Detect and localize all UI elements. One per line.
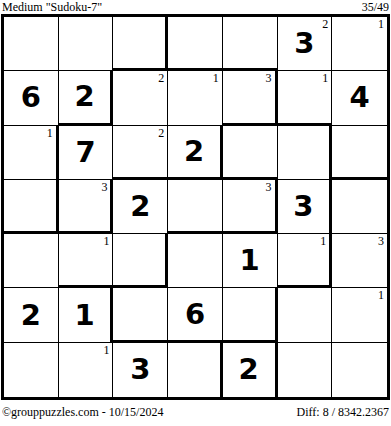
- cell-r3c2[interactable]: 7: [59, 126, 114, 180]
- cell-r3c7[interactable]: [332, 126, 387, 180]
- cell-r1c4[interactable]: [168, 17, 223, 71]
- given-digit: 3: [294, 29, 314, 58]
- given-digit: 3: [130, 355, 150, 384]
- footer: ©grouppuzzles.com - 10/15/2024 Diff: 8 /…: [0, 400, 391, 424]
- cell-r1c6[interactable]: 32: [278, 17, 333, 71]
- cell-r5c2[interactable]: 1: [59, 234, 114, 288]
- cell-r6c2[interactable]: 1: [59, 288, 114, 342]
- puzzle-title: Medium "Sudoku-7": [2, 1, 102, 14]
- pencil-mark: 1: [378, 18, 384, 30]
- cell-r1c5[interactable]: [223, 17, 278, 71]
- cell-r4c6[interactable]: 3: [278, 180, 333, 234]
- cell-r1c7[interactable]: 1: [332, 17, 387, 71]
- cell-r6c4[interactable]: 6: [168, 288, 223, 342]
- pencil-mark: 3: [101, 181, 107, 193]
- cell-r4c5[interactable]: 3: [223, 180, 278, 234]
- cell-r7c3[interactable]: 3: [113, 343, 168, 397]
- cell-r6c1[interactable]: 2: [4, 288, 59, 342]
- cell-r3c3[interactable]: 2: [113, 126, 168, 180]
- cell-r2c1[interactable]: 6: [4, 71, 59, 125]
- cell-r1c2[interactable]: [59, 17, 114, 71]
- sudoku-board: 32162213141722323311132161132: [1, 14, 390, 400]
- cell-r1c3[interactable]: [113, 17, 168, 71]
- cell-r4c2[interactable]: 3: [59, 180, 114, 234]
- pencil-mark: 1: [103, 344, 109, 356]
- given-digit: 1: [74, 301, 94, 330]
- score-counter: 35/49: [362, 1, 389, 14]
- given-digit: 2: [21, 301, 41, 330]
- given-digit: 2: [239, 355, 259, 384]
- given-digit: 6: [185, 300, 205, 329]
- pencil-mark: 3: [266, 72, 272, 84]
- given-digit: 1: [240, 246, 260, 275]
- given-digit: 6: [21, 83, 41, 112]
- cell-r2c3[interactable]: 2: [113, 71, 168, 125]
- pencil-mark: 1: [103, 235, 109, 247]
- cell-r7c4[interactable]: [168, 343, 223, 397]
- cell-r3c1[interactable]: 1: [4, 126, 59, 180]
- cell-r5c3[interactable]: [113, 234, 168, 288]
- pencil-mark: 1: [322, 72, 328, 84]
- pencil-mark: 2: [322, 18, 328, 30]
- cell-r4c3[interactable]: 2: [113, 180, 168, 234]
- cell-r5c1[interactable]: [4, 234, 59, 288]
- cell-r6c5[interactable]: [223, 288, 278, 342]
- cell-r4c7[interactable]: [332, 180, 387, 234]
- given-digit: 2: [74, 82, 94, 111]
- given-digit: 2: [184, 137, 204, 166]
- cell-r6c3[interactable]: [113, 288, 168, 342]
- cell-r7c2[interactable]: 1: [59, 343, 114, 397]
- cell-r1c1[interactable]: [4, 17, 59, 71]
- cell-r5c7[interactable]: 3: [332, 234, 387, 288]
- cell-r6c6[interactable]: [278, 288, 333, 342]
- cell-r4c1[interactable]: [4, 180, 59, 234]
- cell-r3c5[interactable]: [223, 126, 278, 180]
- header: Medium "Sudoku-7" 35/49: [0, 0, 391, 14]
- cell-r6c7[interactable]: 1: [332, 288, 387, 342]
- given-digit: 4: [350, 83, 370, 112]
- pencil-mark: 2: [158, 127, 164, 139]
- cell-r2c2[interactable]: 2: [59, 71, 114, 125]
- cell-r5c5[interactable]: 1: [223, 234, 278, 288]
- cell-r7c7[interactable]: [332, 343, 387, 397]
- given-digit: 7: [75, 138, 95, 167]
- difficulty-text: Diff: 8 / 8342.2367: [297, 406, 389, 419]
- pencil-mark: 3: [266, 181, 272, 193]
- cell-r3c6[interactable]: [278, 126, 333, 180]
- pencil-mark: 1: [213, 72, 219, 84]
- pencil-mark: 1: [378, 289, 384, 301]
- cell-r2c4[interactable]: 1: [168, 71, 223, 125]
- cell-r5c4[interactable]: [168, 234, 223, 288]
- cell-r7c6[interactable]: [278, 343, 333, 397]
- copyright-text: ©grouppuzzles.com - 10/15/2024: [2, 406, 163, 419]
- cell-r3c4[interactable]: 2: [168, 126, 223, 180]
- cell-r5c6[interactable]: 1: [278, 234, 333, 288]
- cell-r7c5[interactable]: 2: [223, 343, 278, 397]
- pencil-mark: 3: [378, 235, 384, 247]
- cell-r7c1[interactable]: [4, 343, 59, 397]
- given-digit: 2: [130, 192, 150, 221]
- pencil-mark: 1: [320, 235, 326, 247]
- cell-r4c4[interactable]: [168, 180, 223, 234]
- cell-r2c6[interactable]: 1: [278, 71, 333, 125]
- cell-r2c5[interactable]: 3: [223, 71, 278, 125]
- pencil-mark: 1: [47, 127, 53, 139]
- pencil-mark: 2: [158, 72, 164, 84]
- given-digit: 3: [293, 192, 313, 221]
- cell-r2c7[interactable]: 4: [332, 71, 387, 125]
